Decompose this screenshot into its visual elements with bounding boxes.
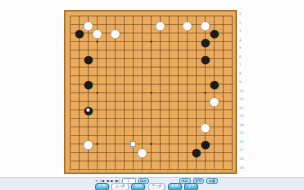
board-grid [65,11,238,175]
right-coordinate-label: 12 [239,107,243,111]
right-coordinate-label: 17 [239,150,243,154]
right-coordinate-label: 19 [239,167,243,171]
bottom-coordinate-label: 18 [220,170,224,174]
bottom-coordinate-label: 1 [68,170,70,174]
bottom-coordinate-label: 7 [122,170,124,174]
bottom-coordinate-label: 10 [148,170,152,174]
right-coordinate-label: 5 [239,47,241,51]
right-coordinate-label: 16 [239,141,243,145]
playback-button[interactable]: 试下 [184,183,198,190]
playback-button[interactable]: 上一步 [111,183,128,190]
right-coordinate-label: 1 [239,13,241,17]
bottom-coordinate-label: 15 [193,170,197,174]
right-coordinate-label: 2 [239,22,241,26]
bottom-coordinate-label: 9 [140,170,142,174]
right-coordinate-label: 14 [239,124,243,128]
right-coordinate-label: 4 [239,39,241,43]
tool-chip-button[interactable]: 设置 [206,178,218,185]
bottom-coordinate-label: 13 [175,170,179,174]
playback-button[interactable]: 自动 [131,183,145,190]
bottom-coordinate-label: 12 [166,170,170,174]
playback-toolbar: ×|◀◀▶▶|1跳转悔棋形势设置 开局上一步自动下一步终局试下 [0,177,304,190]
bottom-coordinate-label: 3 [86,170,88,174]
bottom-coordinate-label: 16 [202,170,206,174]
bottom-coordinate-label: 14 [184,170,188,174]
right-coordinate-label: 18 [239,158,243,162]
bottom-coordinate-label: 11 [157,170,161,174]
bottom-coordinate-label: 4 [95,170,97,174]
playback-button[interactable]: 开局 [95,183,109,190]
toolbar-button-row: 开局上一步自动下一步终局试下 [95,184,198,190]
bottom-coordinate-label: 5 [104,170,106,174]
right-coordinate-label: 13 [239,116,243,120]
last-move-marker [87,108,90,111]
right-coordinate-label: 7 [239,64,241,68]
playback-button[interactable]: 下一步 [148,183,165,190]
bottom-coordinate-label: 6 [113,170,115,174]
bottom-coordinate-label: 8 [131,170,133,174]
bottom-coordinate-label: 19 [229,170,233,174]
right-coordinate-label: 3 [239,30,241,34]
bottom-coordinate-label: 2 [77,170,79,174]
playback-button[interactable]: 终局 [168,183,182,190]
right-coordinate-label: 11 [239,99,243,103]
bottom-coordinate-label: 17 [211,170,215,174]
right-coordinate-label: 10 [239,90,243,94]
go-board[interactable]: ●●●●●●●●●●●●●●●●●●●● [64,10,237,174]
variation-marker [130,141,136,147]
right-coordinate-label: 9 [239,81,241,85]
right-coordinate-label: 15 [239,133,243,137]
app-page: ●●●●●●●●●●●●●●●●●●●● 1234567891011121314… [0,0,304,190]
right-coordinate-label: 8 [239,73,241,77]
right-coordinate-label: 6 [239,56,241,60]
